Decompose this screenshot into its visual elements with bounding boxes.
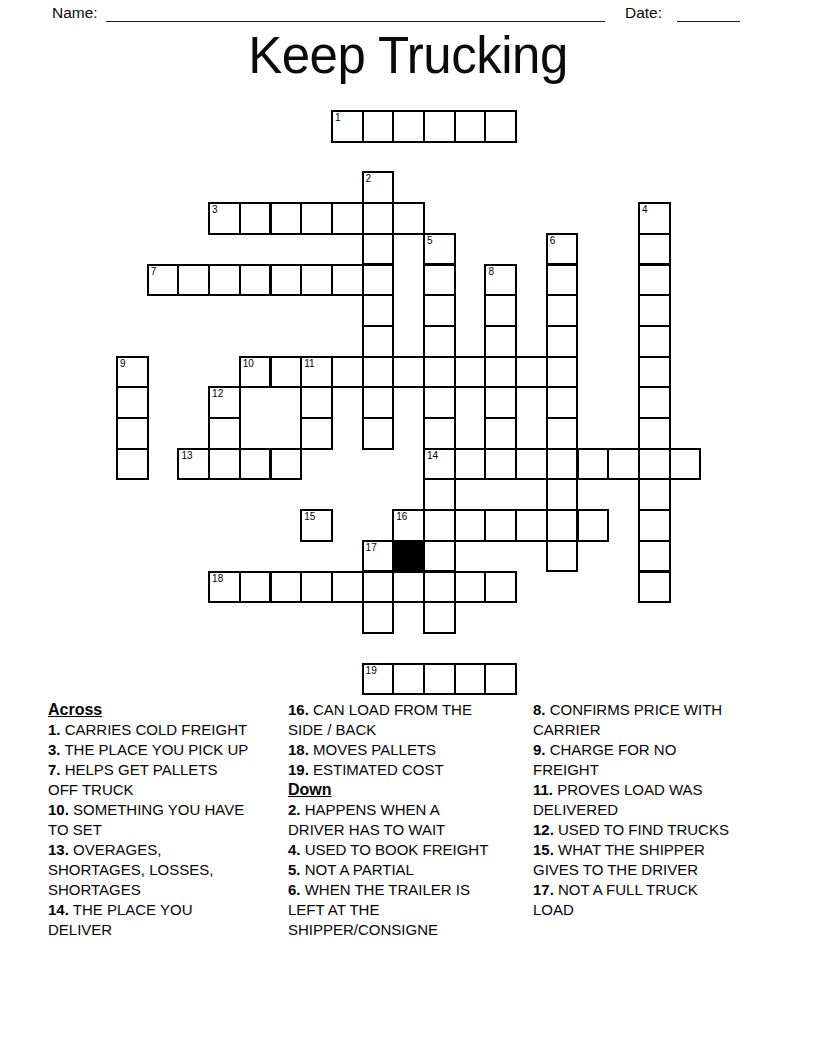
grid-cell[interactable] xyxy=(362,325,395,358)
grid-cell[interactable] xyxy=(208,417,241,450)
clue-column-1: Across1. CARRIES COLD FREIGHT3. THE PLAC… xyxy=(48,700,250,940)
clue-number: 1. xyxy=(48,721,61,738)
cell-number: 14 xyxy=(427,450,438,461)
clue-3: 3. THE PLACE YOU PICK UP xyxy=(48,740,250,760)
clue-5: 5. NOT A PARTIAL xyxy=(288,860,490,880)
grid-cell[interactable] xyxy=(331,356,364,389)
clue-number: 11. xyxy=(533,781,553,798)
grid-cell[interactable] xyxy=(423,417,456,450)
grid-cell[interactable] xyxy=(577,509,610,542)
grid-cell[interactable] xyxy=(638,264,671,297)
grid-cell[interactable] xyxy=(638,417,671,450)
grid-cell[interactable] xyxy=(546,417,579,450)
grid-cell[interactable] xyxy=(116,448,149,481)
grid-cell[interactable] xyxy=(638,478,671,511)
grid-cell[interactable] xyxy=(546,540,579,573)
grid-cell[interactable] xyxy=(423,478,456,511)
grid-cell[interactable] xyxy=(454,110,487,143)
grid-cell[interactable] xyxy=(546,325,579,358)
clue-column-3: 8. CONFIRMS PRICE WITH CARRIER9. CHARGE … xyxy=(533,700,735,920)
clue-number: 4. xyxy=(288,841,301,858)
cell-number: 18 xyxy=(212,573,223,584)
grid-cell[interactable] xyxy=(392,110,425,143)
cell-number: 1 xyxy=(335,112,341,123)
grid-cell[interactable] xyxy=(484,448,517,481)
crossword-grid: 12345678910111213141516171819 xyxy=(0,0,816,700)
clue-heading-down: Down xyxy=(288,780,490,800)
grid-cell[interactable] xyxy=(116,417,149,450)
cell-number: 6 xyxy=(550,235,556,246)
grid-cell[interactable] xyxy=(423,540,456,573)
grid-cell[interactable] xyxy=(484,386,517,419)
clue-12: 12. USED TO FIND TRUCKS xyxy=(533,820,735,840)
clue-number: 10. xyxy=(48,801,69,818)
grid-cell[interactable]: 10 xyxy=(239,356,272,389)
cell-number: 16 xyxy=(396,511,407,522)
cell-number: 19 xyxy=(366,665,377,676)
grid-cell[interactable]: 5 xyxy=(423,233,456,266)
grid-cell[interactable] xyxy=(423,356,456,389)
clue-number: 7. xyxy=(48,761,61,778)
clue-2: 2. HAPPENS WHEN A DRIVER HAS TO WAIT xyxy=(288,800,490,840)
grid-cell[interactable] xyxy=(546,386,579,419)
grid-cell[interactable] xyxy=(423,663,456,696)
grid-cell[interactable] xyxy=(546,448,579,481)
clue-number: 18. xyxy=(288,741,309,758)
grid-cell[interactable]: 8 xyxy=(484,264,517,297)
cell-number: 8 xyxy=(488,266,494,277)
grid-cell[interactable]: 15 xyxy=(300,509,333,542)
cell-number: 10 xyxy=(243,358,254,369)
grid-cell[interactable]: 12 xyxy=(208,386,241,419)
cell-number: 17 xyxy=(366,542,377,553)
grid-cell[interactable] xyxy=(177,264,210,297)
grid-cell[interactable] xyxy=(423,571,456,604)
clue-13: 13. OVERAGES, SHORTAGES, LOSSES, SHORTAG… xyxy=(48,840,250,900)
grid-cell[interactable] xyxy=(362,356,395,389)
grid-cell[interactable] xyxy=(239,264,272,297)
grid-cell[interactable] xyxy=(116,386,149,419)
grid-cell[interactable] xyxy=(331,571,364,604)
grid-cell[interactable]: 19 xyxy=(362,663,395,696)
clue-10: 10. SOMETHING YOU HAVE TO SET xyxy=(48,800,250,840)
clue-number: 9. xyxy=(533,741,546,758)
grid-cell[interactable] xyxy=(484,356,517,389)
grid-cell[interactable] xyxy=(484,294,517,327)
clue-14: 14. THE PLACE YOU DELIVER xyxy=(48,900,250,940)
grid-cell[interactable] xyxy=(270,448,303,481)
clue-number: 2. xyxy=(288,801,301,818)
grid-cell[interactable] xyxy=(638,386,671,419)
grid-cell[interactable] xyxy=(423,110,456,143)
grid-cell[interactable] xyxy=(669,448,702,481)
grid-cell[interactable] xyxy=(454,509,487,542)
grid-cell[interactable] xyxy=(607,448,640,481)
grid-cell[interactable] xyxy=(362,417,395,450)
clue-number: 6. xyxy=(288,881,301,898)
cell-number: 4 xyxy=(642,204,648,215)
clue-11: 11. PROVES LOAD WAS DELIVERED xyxy=(533,780,735,820)
grid-cell[interactable]: 7 xyxy=(147,264,180,297)
grid-cell[interactable] xyxy=(515,509,548,542)
grid-cell[interactable] xyxy=(423,386,456,419)
grid-cell[interactable] xyxy=(515,356,548,389)
grid-cell[interactable] xyxy=(638,509,671,542)
grid-cell[interactable] xyxy=(638,540,671,573)
grid-cell[interactable] xyxy=(423,294,456,327)
grid-cell[interactable]: 1 xyxy=(331,110,364,143)
grid-cell[interactable]: 18 xyxy=(208,571,241,604)
clue-number: 19. xyxy=(288,761,309,778)
grid-cell[interactable] xyxy=(362,233,395,266)
worksheet-page: Name: Date: Keep Trucking 12345678910111… xyxy=(0,0,816,1056)
grid-cell[interactable]: 3 xyxy=(208,202,241,235)
grid-cell[interactable] xyxy=(300,417,333,450)
black-cell xyxy=(392,540,425,573)
grid-cell[interactable] xyxy=(208,264,241,297)
clue-column-2: 16. CAN LOAD FROM THE SIDE / BACK18. MOV… xyxy=(288,700,490,940)
clue-number: 3. xyxy=(48,741,61,758)
grid-cell[interactable] xyxy=(638,325,671,358)
grid-cell[interactable] xyxy=(362,110,395,143)
clue-17: 17. NOT A FULL TRUCK LOAD xyxy=(533,880,735,920)
grid-cell[interactable] xyxy=(638,571,671,604)
grid-cell[interactable]: 9 xyxy=(116,356,149,389)
grid-cell[interactable] xyxy=(331,202,364,235)
clue-number: 17. xyxy=(533,881,554,898)
grid-cell[interactable] xyxy=(577,448,610,481)
grid-cell[interactable] xyxy=(300,571,333,604)
clue-number: 13. xyxy=(48,841,69,858)
clue-6: 6. WHEN THE TRAILER IS LEFT AT THE SHIPP… xyxy=(288,880,490,940)
grid-cell[interactable] xyxy=(300,202,333,235)
cell-number: 12 xyxy=(212,388,223,399)
clue-8: 8. CONFIRMS PRICE WITH CARRIER xyxy=(533,700,735,740)
grid-cell[interactable] xyxy=(392,571,425,604)
clue-15: 15. WHAT THE SHIPPER GIVES TO THE DRIVER xyxy=(533,840,735,880)
grid-cell[interactable] xyxy=(546,264,579,297)
grid-cell[interactable] xyxy=(484,509,517,542)
grid-cell[interactable] xyxy=(454,448,487,481)
grid-cell[interactable] xyxy=(484,571,517,604)
grid-cell[interactable] xyxy=(423,601,456,634)
clue-number: 12. xyxy=(533,821,554,838)
grid-cell[interactable] xyxy=(638,356,671,389)
grid-cell[interactable] xyxy=(546,478,579,511)
clue-number: 5. xyxy=(288,861,301,878)
grid-cell[interactable] xyxy=(331,264,364,297)
grid-cell[interactable] xyxy=(362,386,395,419)
grid-cell[interactable]: 17 xyxy=(362,540,395,573)
grid-cell[interactable] xyxy=(239,202,272,235)
clue-16: 16. CAN LOAD FROM THE SIDE / BACK xyxy=(288,700,490,740)
cell-number: 2 xyxy=(366,173,372,184)
grid-cell[interactable] xyxy=(484,325,517,358)
clue-number: 8. xyxy=(533,701,546,718)
grid-cell[interactable] xyxy=(546,294,579,327)
clue-7: 7. HELPS GET PALLETS OFF TRUCK xyxy=(48,760,250,800)
cell-number: 13 xyxy=(181,450,192,461)
clue-1: 1. CARRIES COLD FREIGHT xyxy=(48,720,250,740)
grid-cell[interactable] xyxy=(362,294,395,327)
grid-cell[interactable] xyxy=(270,264,303,297)
grid-cell[interactable] xyxy=(638,233,671,266)
grid-cell[interactable] xyxy=(239,448,272,481)
grid-cell[interactable] xyxy=(270,571,303,604)
clue-number: 14. xyxy=(48,901,69,918)
grid-cell[interactable] xyxy=(392,663,425,696)
clue-9: 9. CHARGE FOR NO FREIGHT xyxy=(533,740,735,780)
grid-cell[interactable] xyxy=(392,202,425,235)
grid-cell[interactable] xyxy=(423,264,456,297)
grid-cell[interactable]: 6 xyxy=(546,233,579,266)
grid-cell[interactable] xyxy=(362,202,395,235)
grid-cell[interactable] xyxy=(362,571,395,604)
cell-number: 11 xyxy=(304,358,314,369)
cell-number: 15 xyxy=(304,511,315,522)
cell-number: 9 xyxy=(120,358,126,369)
grid-cell[interactable] xyxy=(300,264,333,297)
grid-cell[interactable] xyxy=(454,571,487,604)
grid-cell[interactable] xyxy=(362,601,395,634)
grid-cell[interactable] xyxy=(484,417,517,450)
grid-cell[interactable] xyxy=(454,356,487,389)
grid-cell[interactable] xyxy=(638,294,671,327)
grid-cell[interactable] xyxy=(239,571,272,604)
grid-cell[interactable] xyxy=(270,202,303,235)
grid-cell[interactable]: 14 xyxy=(423,448,456,481)
grid-cell[interactable] xyxy=(515,448,548,481)
grid-cell[interactable] xyxy=(638,448,671,481)
grid-cell[interactable] xyxy=(300,386,333,419)
clue-number: 15. xyxy=(533,841,554,858)
cell-number: 3 xyxy=(212,204,218,215)
grid-cell[interactable]: 4 xyxy=(638,202,671,235)
grid-cell[interactable]: 16 xyxy=(392,509,425,542)
clue-19: 19. ESTIMATED COST xyxy=(288,760,490,780)
grid-cell[interactable] xyxy=(484,663,517,696)
grid-cell[interactable] xyxy=(546,509,579,542)
clue-18: 18. MOVES PALLETS xyxy=(288,740,490,760)
grid-cell[interactable] xyxy=(484,110,517,143)
grid-cell[interactable]: 11 xyxy=(300,356,333,389)
clue-4: 4. USED TO BOOK FREIGHT xyxy=(288,840,490,860)
grid-cell[interactable] xyxy=(546,356,579,389)
grid-cell[interactable] xyxy=(454,663,487,696)
cell-number: 7 xyxy=(151,266,157,277)
grid-cell[interactable] xyxy=(208,448,241,481)
grid-cell[interactable] xyxy=(362,264,395,297)
grid-cell[interactable] xyxy=(423,325,456,358)
cell-number: 5 xyxy=(427,235,433,246)
grid-cell[interactable] xyxy=(423,509,456,542)
grid-cell[interactable]: 13 xyxy=(177,448,210,481)
grid-cell[interactable]: 2 xyxy=(362,171,395,204)
grid-cell[interactable] xyxy=(392,356,425,389)
clue-heading-across: Across xyxy=(48,700,250,720)
clue-number: 16. xyxy=(288,701,309,718)
grid-cell[interactable] xyxy=(270,356,303,389)
